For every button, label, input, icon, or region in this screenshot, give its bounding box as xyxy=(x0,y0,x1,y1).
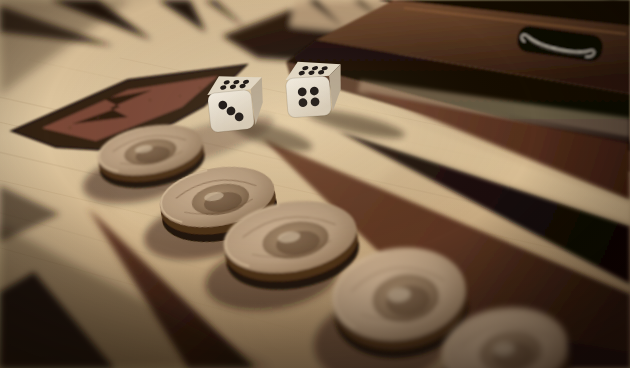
backgammon-photo-stage xyxy=(0,0,630,368)
die-front-face xyxy=(285,76,331,118)
backgammon-board-photo xyxy=(0,0,630,368)
